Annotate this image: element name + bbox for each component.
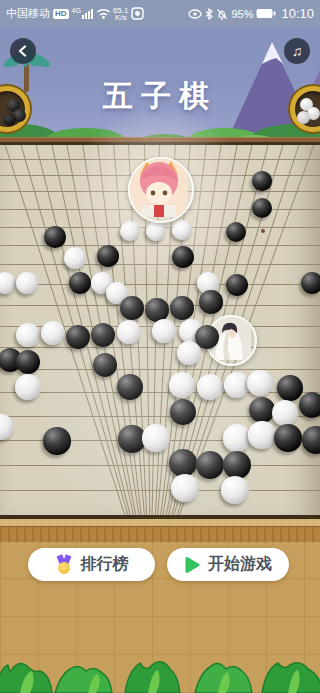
player2-avatar (206, 315, 257, 366)
grass-decoration (0, 655, 320, 693)
player1-avatar (128, 157, 194, 223)
start-game-label: 开始游戏 (208, 554, 272, 575)
grid-col-line (51, 143, 134, 516)
carrier-label: 中国移动 (6, 6, 50, 21)
leaderboard-button[interactable]: 排行榜 (28, 548, 155, 581)
medal-icon (55, 555, 73, 574)
grid-row-line (0, 264, 320, 265)
battery-icon (256, 8, 276, 19)
grid-row-line (0, 305, 320, 306)
eye-icon (188, 9, 202, 19)
back-button[interactable] (10, 38, 36, 64)
grid-row-line (0, 347, 320, 348)
grid-col-line (20, 143, 129, 516)
network-speed: 65.1K/s (113, 7, 129, 21)
clock: 10:10 (281, 6, 314, 21)
network-type: 4G (72, 7, 81, 14)
mute-bell-icon (216, 8, 228, 20)
screen-record-icon (131, 7, 144, 20)
signal-icon (82, 8, 94, 19)
phone-screen: 排行榜 开始游戏 中国移动 HD 4G (0, 0, 320, 693)
grid-row-line (0, 245, 320, 246)
music-note-icon: ♫ (292, 43, 303, 59)
board-frame-bottom (0, 515, 320, 542)
grid-row-line (0, 465, 320, 466)
battery-percent: 95% (231, 8, 253, 20)
grid-row-line (0, 326, 320, 327)
grid-col-line (35, 143, 131, 516)
leaderboard-label: 排行榜 (81, 554, 129, 575)
chevron-left-icon (17, 45, 29, 57)
hd-badge: HD (53, 9, 69, 19)
start-game-button[interactable]: 开始游戏 (167, 548, 289, 581)
page-title: 五子棋 (0, 76, 320, 117)
bluetooth-icon (205, 8, 213, 20)
star-point (158, 333, 162, 337)
grid-col-line (66, 143, 136, 516)
grid-row-line (0, 392, 320, 393)
board-frame-top (0, 137, 320, 145)
grid-row-line (0, 284, 320, 285)
grid-row-line (0, 369, 320, 370)
wifi-icon (97, 8, 110, 19)
grid-col-line (4, 143, 126, 516)
music-button[interactable]: ♫ (284, 38, 310, 64)
status-bar: 中国移动 HD 4G 65.1K/s (0, 0, 320, 27)
grid-row-line (0, 440, 320, 441)
star-point (261, 229, 265, 233)
play-icon (184, 556, 200, 574)
